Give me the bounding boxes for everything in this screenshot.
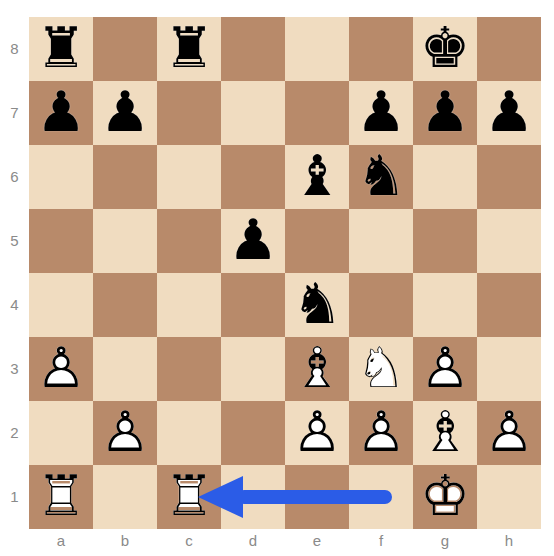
- piece-black-pawn[interactable]: ♟: [477, 81, 541, 145]
- file-labels: abcdefgh: [29, 529, 541, 556]
- piece-white-pawn[interactable]: ♟♙: [29, 337, 93, 401]
- square-a3[interactable]: ♟♙: [29, 337, 93, 401]
- square-g1[interactable]: ♚♔: [413, 465, 477, 529]
- piece-outline: ♙: [349, 401, 413, 465]
- rank-label-3: 3: [0, 337, 29, 401]
- piece-outline: ♙: [477, 401, 541, 465]
- square-c7[interactable]: [157, 81, 221, 145]
- piece-outline: ♘: [349, 337, 413, 401]
- file-label-b: b: [93, 529, 157, 556]
- square-c8[interactable]: ♜: [157, 17, 221, 81]
- square-b3[interactable]: [93, 337, 157, 401]
- piece-white-king[interactable]: ♚♔: [413, 465, 477, 529]
- piece-outline: ♙: [285, 401, 349, 465]
- square-e3[interactable]: ♝♗: [285, 337, 349, 401]
- piece-outline: ♗: [413, 401, 477, 465]
- square-b7[interactable]: ♟: [93, 81, 157, 145]
- piece-outline: ♙: [413, 337, 477, 401]
- square-a4[interactable]: [29, 273, 93, 337]
- square-d8[interactable]: [221, 17, 285, 81]
- piece-white-rook[interactable]: ♜♖: [29, 465, 93, 529]
- square-c2[interactable]: [157, 401, 221, 465]
- square-b2[interactable]: ♟♙: [93, 401, 157, 465]
- square-f7[interactable]: ♟: [349, 81, 413, 145]
- piece-white-pawn[interactable]: ♟♙: [349, 401, 413, 465]
- square-h6[interactable]: [477, 145, 541, 209]
- square-c6[interactable]: [157, 145, 221, 209]
- square-e4[interactable]: ♞: [285, 273, 349, 337]
- square-a7[interactable]: ♟: [29, 81, 93, 145]
- square-d7[interactable]: [221, 81, 285, 145]
- piece-outline: ♙: [29, 337, 93, 401]
- piece-outline: ♙: [93, 401, 157, 465]
- square-g4[interactable]: [413, 273, 477, 337]
- rank-label-7: 7: [0, 81, 29, 145]
- piece-black-rook[interactable]: ♜: [29, 17, 93, 81]
- piece-white-knight[interactable]: ♞♘: [349, 337, 413, 401]
- square-h2[interactable]: ♟♙: [477, 401, 541, 465]
- square-g7[interactable]: ♟: [413, 81, 477, 145]
- square-f1[interactable]: [349, 465, 413, 529]
- square-e2[interactable]: ♟♙: [285, 401, 349, 465]
- square-f6[interactable]: ♞: [349, 145, 413, 209]
- square-b5[interactable]: [93, 209, 157, 273]
- piece-outline: ♔: [413, 465, 477, 529]
- piece-black-knight[interactable]: ♞: [285, 273, 349, 337]
- square-d2[interactable]: [221, 401, 285, 465]
- square-b6[interactable]: [93, 145, 157, 209]
- square-g2[interactable]: ♝♗: [413, 401, 477, 465]
- piece-white-pawn[interactable]: ♟♙: [285, 401, 349, 465]
- square-g5[interactable]: [413, 209, 477, 273]
- square-a5[interactable]: [29, 209, 93, 273]
- rank-label-6: 6: [0, 145, 29, 209]
- piece-black-pawn[interactable]: ♟: [221, 209, 285, 273]
- piece-white-bishop[interactable]: ♝♗: [285, 337, 349, 401]
- square-h1[interactable]: [477, 465, 541, 529]
- square-f3[interactable]: ♞♘: [349, 337, 413, 401]
- square-d4[interactable]: [221, 273, 285, 337]
- square-e6[interactable]: ♝: [285, 145, 349, 209]
- rank-label-1: 1: [0, 465, 29, 529]
- square-a1[interactable]: ♜♖: [29, 465, 93, 529]
- rank-labels: 87654321: [0, 17, 29, 529]
- square-b8[interactable]: [93, 17, 157, 81]
- rank-label-8: 8: [0, 17, 29, 81]
- square-h8[interactable]: [477, 17, 541, 81]
- square-h3[interactable]: [477, 337, 541, 401]
- piece-white-pawn[interactable]: ♟♙: [413, 337, 477, 401]
- piece-white-rook[interactable]: ♜♖: [157, 465, 221, 529]
- rank-label-5: 5: [0, 209, 29, 273]
- square-d6[interactable]: [221, 145, 285, 209]
- piece-outline: ♖: [29, 465, 93, 529]
- file-label-f: f: [349, 529, 413, 556]
- square-e5[interactable]: [285, 209, 349, 273]
- square-e7[interactable]: [285, 81, 349, 145]
- square-e1[interactable]: [285, 465, 349, 529]
- file-label-c: c: [157, 529, 221, 556]
- square-h7[interactable]: ♟: [477, 81, 541, 145]
- square-b4[interactable]: [93, 273, 157, 337]
- piece-black-pawn[interactable]: ♟: [93, 81, 157, 145]
- square-a2[interactable]: [29, 401, 93, 465]
- square-c4[interactable]: [157, 273, 221, 337]
- square-d3[interactable]: [221, 337, 285, 401]
- piece-white-pawn[interactable]: ♟♙: [93, 401, 157, 465]
- square-e8[interactable]: [285, 17, 349, 81]
- piece-black-knight[interactable]: ♞: [349, 145, 413, 209]
- file-label-h: h: [477, 529, 541, 556]
- square-d1[interactable]: [221, 465, 285, 529]
- square-a8[interactable]: ♜: [29, 17, 93, 81]
- piece-black-king[interactable]: ♚: [413, 17, 477, 81]
- square-c5[interactable]: [157, 209, 221, 273]
- piece-outline: ♖: [157, 465, 221, 529]
- piece-black-pawn[interactable]: ♟: [29, 81, 93, 145]
- file-label-e: e: [285, 529, 349, 556]
- square-a6[interactable]: [29, 145, 93, 209]
- chess-board: ♜♜♚♟♟♟♟♟♝♞♟♞♟♙♝♗♞♘♟♙♟♙♟♙♟♙♝♗♟♙♜♖♜♖♚♔: [29, 17, 541, 529]
- piece-black-rook[interactable]: ♜: [157, 17, 221, 81]
- piece-black-pawn[interactable]: ♟: [413, 81, 477, 145]
- square-b1[interactable]: [93, 465, 157, 529]
- square-h4[interactable]: [477, 273, 541, 337]
- square-c3[interactable]: [157, 337, 221, 401]
- file-label-a: a: [29, 529, 93, 556]
- square-f2[interactable]: ♟♙: [349, 401, 413, 465]
- piece-white-pawn[interactable]: ♟♙: [477, 401, 541, 465]
- square-f5[interactable]: [349, 209, 413, 273]
- square-d5[interactable]: ♟: [221, 209, 285, 273]
- rank-label-2: 2: [0, 401, 29, 465]
- file-label-d: d: [221, 529, 285, 556]
- square-f4[interactable]: [349, 273, 413, 337]
- file-label-g: g: [413, 529, 477, 556]
- rank-label-4: 4: [0, 273, 29, 337]
- square-c1[interactable]: ♜♖: [157, 465, 221, 529]
- square-f8[interactable]: [349, 17, 413, 81]
- square-h5[interactable]: [477, 209, 541, 273]
- chess-board-page: 87654321 ♜♜♚♟♟♟♟♟♝♞♟♞♟♙♝♗♞♘♟♙♟♙♟♙♟♙♝♗♟♙♜…: [0, 0, 554, 556]
- square-g8[interactable]: ♚: [413, 17, 477, 81]
- square-g6[interactable]: [413, 145, 477, 209]
- piece-outline: ♗: [285, 337, 349, 401]
- piece-black-bishop[interactable]: ♝: [285, 145, 349, 209]
- square-g3[interactable]: ♟♙: [413, 337, 477, 401]
- piece-black-pawn[interactable]: ♟: [349, 81, 413, 145]
- piece-white-bishop[interactable]: ♝♗: [413, 401, 477, 465]
